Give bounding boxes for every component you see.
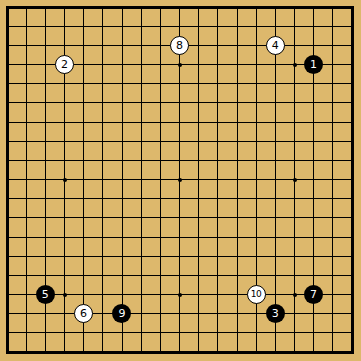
stone-black-move-5-C4: 5	[36, 285, 55, 304]
stone-black-move-9-G3: 9	[112, 304, 131, 323]
stone-black-move-7-R4: 7	[304, 285, 323, 304]
go-board: 12345678910	[0, 0, 361, 361]
stone-white-move-10-O4: 10	[247, 285, 266, 304]
goban-grid: 12345678910	[0, 0, 361, 361]
stone-white-move-6-E3: 6	[74, 304, 93, 323]
stone-black-move-3-P3: 3	[266, 304, 285, 323]
stone-white-move-8-K17: 8	[170, 36, 189, 55]
stone-white-move-4-P17: 4	[266, 36, 285, 55]
stone-white-move-2-D16: 2	[55, 55, 74, 74]
stone-black-move-1-R16: 1	[304, 55, 323, 74]
